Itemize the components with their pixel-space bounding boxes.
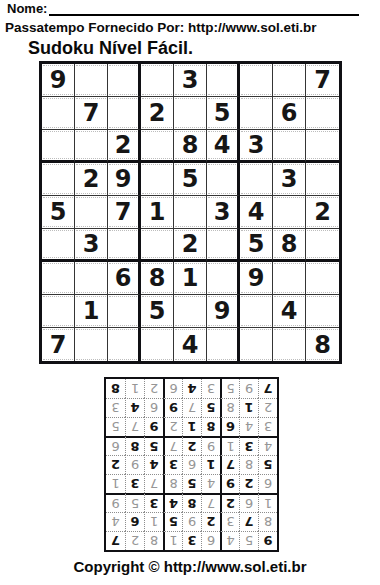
solution-cell-r9c6: 6 (163, 379, 182, 398)
puzzle-cell-r9c4 (141, 328, 174, 361)
puzzle-cell-r9c6 (207, 328, 240, 361)
puzzle-cell-r4c6 (207, 163, 240, 196)
puzzle-cell-r6c9 (306, 229, 339, 262)
solution-cell-r9c7: 2 (144, 379, 163, 398)
puzzle-cell-r3c4 (141, 130, 174, 163)
puzzle-cell-r9c8 (273, 328, 306, 361)
puzzle-cell-r6c8: 8 (273, 229, 306, 262)
solution-cell-r9c8: 1 (125, 379, 144, 398)
puzzle-cell-r5c6: 3 (207, 196, 240, 229)
puzzle-cell-r3c6: 4 (207, 130, 240, 163)
copyright-text: Copyright © http://www.sol.eti.br (0, 558, 380, 575)
solution-cell-r4c7: 7 (144, 474, 163, 493)
puzzle-cell-r3c8 (273, 130, 306, 163)
solution-cell-r6c4: 9 (201, 436, 220, 455)
solution-cell-r5c7: 4 (144, 455, 163, 474)
solution-cell-r5c5: 6 (182, 455, 201, 474)
puzzle-cell-r7c4: 8 (141, 262, 174, 295)
puzzle-cell-r5c7: 4 (240, 196, 273, 229)
solution-cell-r4c8: 3 (125, 474, 144, 493)
solution-cell-r9c5: 4 (182, 379, 201, 398)
solution-cell-r8c5: 7 (182, 398, 201, 417)
puzzle-cell-r1c1: 9 (42, 64, 75, 97)
puzzle-cell-r3c7: 3 (240, 130, 273, 163)
puzzle-cell-r1c6 (207, 64, 240, 97)
solution-cell-r2c2: 7 (239, 512, 258, 531)
puzzle-cell-r3c1 (42, 130, 75, 163)
solution-cell-r8c4: 5 (201, 398, 220, 417)
solution-cell-r8c2: 1 (239, 398, 258, 417)
solution-cell-r4c2: 2 (239, 474, 258, 493)
solution-cell-r2c6: 5 (163, 512, 182, 531)
solution-cell-r4c1: 6 (258, 474, 277, 493)
solution-cell-r3c1: 1 (258, 493, 277, 512)
solution-cell-r5c3: 7 (220, 455, 239, 474)
puzzle-cell-r1c4 (141, 64, 174, 97)
solution-cell-r2c1: 8 (258, 512, 277, 531)
puzzle-cell-r5c5 (174, 196, 207, 229)
solution-cell-r3c6: 4 (163, 493, 182, 512)
sudoku-puzzle-grid: 937725628432953571342325868191594748 (39, 61, 342, 364)
solution-cell-r6c5: 2 (182, 436, 201, 455)
name-row: Nome: (0, 0, 380, 16)
puzzle-cell-r2c3 (108, 97, 141, 130)
puzzle-cell-r1c3 (108, 64, 141, 97)
puzzle-cell-r6c1 (42, 229, 75, 262)
puzzle-cell-r2c4: 2 (141, 97, 174, 130)
solution-cell-r5c8: 9 (125, 455, 144, 474)
solution-cell-r8c1: 2 (258, 398, 277, 417)
solution-cell-r1c1: 9 (258, 531, 277, 550)
puzzle-cell-r2c2: 7 (75, 97, 108, 130)
solution-cell-r5c9: 2 (106, 455, 125, 474)
solution-cell-r5c2: 8 (239, 455, 258, 474)
solution-cell-r4c5: 5 (182, 474, 201, 493)
puzzle-cell-r2c7 (240, 97, 273, 130)
solution-cell-r7c6: 2 (163, 417, 182, 436)
puzzle-cell-r3c9 (306, 130, 339, 163)
solution-cell-r7c5: 1 (182, 417, 201, 436)
solution-cell-r4c6: 8 (163, 474, 182, 493)
solution-cell-r1c2: 5 (239, 531, 258, 550)
puzzle-cell-r8c4: 5 (141, 295, 174, 328)
puzzle-cell-r7c5: 1 (174, 262, 207, 295)
puzzle-cell-r4c9 (306, 163, 339, 196)
puzzle-cell-r5c3: 7 (108, 196, 141, 229)
solution-cell-r1c6: 1 (163, 531, 182, 550)
puzzle-cell-r2c9 (306, 97, 339, 130)
puzzle-cell-r7c3: 6 (108, 262, 141, 295)
provided-by-text: Passatempo Fornecido Por: http://www.sol… (5, 21, 380, 35)
name-label: Nome: (7, 2, 47, 16)
solution-cell-r2c9: 4 (106, 512, 125, 531)
puzzle-cell-r7c1 (42, 262, 75, 295)
solution-cell-r1c5: 3 (182, 531, 201, 550)
puzzle-cell-r9c9: 8 (306, 328, 339, 361)
puzzle-cell-r3c3: 2 (108, 130, 141, 163)
solution-cell-r6c8: 8 (125, 436, 144, 455)
solution-cell-r6c3: 1 (220, 436, 239, 455)
solution-cell-r6c7: 5 (144, 436, 163, 455)
puzzle-cell-r6c6 (207, 229, 240, 262)
puzzle-cell-r6c5: 2 (174, 229, 207, 262)
puzzle-cell-r1c9: 7 (306, 64, 339, 97)
puzzle-cell-r9c7 (240, 328, 273, 361)
puzzle-cell-r1c5: 3 (174, 64, 207, 97)
puzzle-cell-r8c6: 9 (207, 295, 240, 328)
solution-cell-r3c4: 7 (201, 493, 220, 512)
solution-cell-r7c7: 9 (144, 417, 163, 436)
solution-cell-r9c3: 5 (220, 379, 239, 398)
solution-cell-r1c4: 6 (201, 531, 220, 550)
puzzle-cell-r9c5: 4 (174, 328, 207, 361)
solution-cell-r3c7: 3 (144, 493, 163, 512)
puzzle-cell-r2c6: 5 (207, 97, 240, 130)
puzzle-cell-r2c5 (174, 97, 207, 130)
puzzle-cell-r8c9 (306, 295, 339, 328)
solution-cell-r2c3: 3 (220, 512, 239, 531)
puzzle-cell-r9c3 (108, 328, 141, 361)
solution-cell-r3c8: 5 (125, 493, 144, 512)
puzzle-cell-r6c3 (108, 229, 141, 262)
puzzle-cell-r7c2 (75, 262, 108, 295)
solution-cell-r6c2: 3 (239, 436, 258, 455)
solution-cell-r8c7: 6 (144, 398, 163, 417)
solution-cell-r7c3: 6 (220, 417, 239, 436)
puzzle-cell-r8c5 (174, 295, 207, 328)
puzzle-cell-r1c7 (240, 64, 273, 97)
puzzle-cell-r4c1 (42, 163, 75, 196)
solution-cell-r8c6: 9 (163, 398, 182, 417)
puzzle-cell-r4c2: 2 (75, 163, 108, 196)
solution-cell-r4c3: 9 (220, 474, 239, 493)
solution-cell-r9c4: 3 (201, 379, 220, 398)
solution-cell-r3c3: 2 (220, 493, 239, 512)
solution-cell-r3c2: 6 (239, 493, 258, 512)
solution-cell-r1c7: 8 (144, 531, 163, 550)
solution-cell-r7c1: 3 (258, 417, 277, 436)
puzzle-cell-r8c1 (42, 295, 75, 328)
puzzle-cell-r9c2 (75, 328, 108, 361)
puzzle-cell-r3c2 (75, 130, 108, 163)
solution-cell-r9c1: 7 (258, 379, 277, 398)
puzzle-cell-r6c7: 5 (240, 229, 273, 262)
solution-cell-r1c9: 7 (106, 531, 125, 550)
puzzle-cell-r7c7: 9 (240, 262, 273, 295)
solution-cell-r8c8: 4 (125, 398, 144, 417)
puzzle-cell-r2c1 (42, 97, 75, 130)
solution-cell-r2c8: 6 (125, 512, 144, 531)
solution-cell-r3c9: 9 (106, 493, 125, 512)
puzzle-cell-r7c9 (306, 262, 339, 295)
puzzle-cell-r1c2 (75, 64, 108, 97)
puzzle-cell-r4c3: 9 (108, 163, 141, 196)
puzzle-cell-r8c8: 4 (273, 295, 306, 328)
solution-cell-r1c3: 4 (220, 531, 239, 550)
name-blank-line (49, 2, 359, 16)
puzzle-cell-r4c8: 3 (273, 163, 306, 196)
puzzle-cell-r7c8 (273, 262, 306, 295)
puzzle-cell-r8c2: 1 (75, 295, 108, 328)
puzzle-cell-r4c4 (141, 163, 174, 196)
puzzle-cell-r1c8 (273, 64, 306, 97)
solution-cell-r5c6: 3 (163, 455, 182, 474)
solution-cell-r6c9: 6 (106, 436, 125, 455)
puzzle-cell-r5c4: 1 (141, 196, 174, 229)
solution-cell-r6c6: 7 (163, 436, 182, 455)
puzzle-cell-r4c7 (240, 163, 273, 196)
puzzle-cell-r8c3 (108, 295, 141, 328)
solution-cell-r6c1: 4 (258, 436, 277, 455)
solution-cell-r7c2: 4 (239, 417, 258, 436)
solution-cell-r2c4: 2 (201, 512, 220, 531)
page-header: Nome: Passatempo Fornecido Por: http://w… (0, 0, 380, 58)
solution-cell-r3c5: 8 (182, 493, 201, 512)
solution-cell-r7c4: 8 (201, 417, 220, 436)
solution-cell-r5c4: 1 (201, 455, 220, 474)
puzzle-cell-r4c5: 5 (174, 163, 207, 196)
puzzle-cell-r5c1: 5 (42, 196, 75, 229)
solution-cell-r2c7: 1 (144, 512, 163, 531)
puzzle-cell-r6c2: 3 (75, 229, 108, 262)
solution-cell-r9c9: 8 (106, 379, 125, 398)
puzzle-cell-r9c1: 7 (42, 328, 75, 361)
solution-cell-r8c9: 3 (106, 398, 125, 417)
solution-cell-r7c8: 7 (125, 417, 144, 436)
solution-cell-r1c8: 2 (125, 531, 144, 550)
puzzle-cell-r8c7 (240, 295, 273, 328)
solution-cell-r4c9: 1 (106, 474, 125, 493)
puzzle-cell-r3c5: 8 (174, 130, 207, 163)
puzzle-cell-r5c9: 2 (306, 196, 339, 229)
solution-cell-r7c9: 5 (106, 417, 125, 436)
solution-cell-r8c3: 8 (220, 398, 239, 417)
solution-cell-r4c4: 4 (201, 474, 220, 493)
page-title: Sudoku Nível Fácil. (28, 39, 380, 58)
puzzle-cell-r6c4 (141, 229, 174, 262)
puzzle-cell-r2c8: 6 (273, 97, 306, 130)
solution-cell-r9c2: 9 (239, 379, 258, 398)
puzzle-cell-r5c8 (273, 196, 306, 229)
solution-cell-r2c5: 9 (182, 512, 201, 531)
puzzle-cell-r7c6 (207, 262, 240, 295)
sudoku-solution-grid-rotated: 9546318278732951641627843596294587315871… (104, 377, 279, 552)
puzzle-cell-r5c2 (75, 196, 108, 229)
solution-cell-r5c1: 5 (258, 455, 277, 474)
